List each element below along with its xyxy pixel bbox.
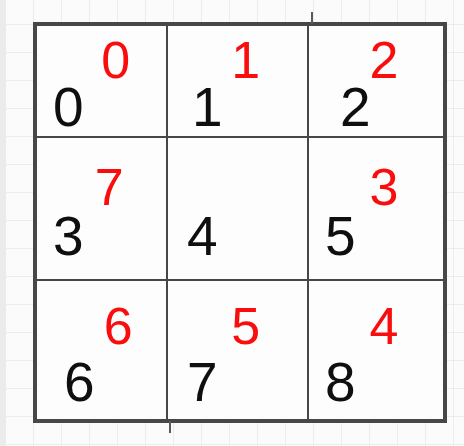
cell-3-index-label: 3 bbox=[53, 209, 84, 264]
puzzle-board: 0 0 1 1 2 2 7 3 4 3 5 6 6 5 7 4 8 bbox=[33, 22, 447, 423]
cell-7: 5 7 bbox=[168, 281, 309, 419]
cell-2-tile-value: 2 bbox=[370, 34, 399, 86]
cell-0: 0 0 bbox=[37, 26, 168, 138]
cell-6-index-label: 6 bbox=[64, 355, 95, 410]
cell-7-tile-value: 5 bbox=[231, 300, 260, 352]
grid-line-overshoot-top bbox=[311, 12, 313, 24]
cell-3-tile-value: 7 bbox=[95, 161, 124, 213]
cell-8-index-label: 8 bbox=[325, 355, 356, 410]
cell-5-index-label: 5 bbox=[325, 209, 356, 264]
cell-1: 1 1 bbox=[168, 26, 309, 138]
cell-0-tile-value: 0 bbox=[101, 34, 130, 86]
cell-8-tile-value: 4 bbox=[370, 300, 399, 352]
cell-1-tile-value: 1 bbox=[231, 34, 260, 86]
cell-8: 4 8 bbox=[309, 281, 443, 419]
cell-6-tile-value: 6 bbox=[104, 300, 133, 352]
graph-paper-edge bbox=[0, 0, 6, 446]
cell-3: 7 3 bbox=[37, 138, 168, 281]
cell-6: 6 6 bbox=[37, 281, 168, 419]
cell-0-index-label: 0 bbox=[53, 80, 84, 135]
cell-5: 3 5 bbox=[309, 138, 443, 281]
cell-7-index-label: 7 bbox=[187, 355, 218, 410]
cell-5-tile-value: 3 bbox=[370, 161, 399, 213]
cell-2: 2 2 bbox=[309, 26, 443, 138]
grid-line-overshoot-bottom bbox=[169, 421, 171, 433]
cell-1-index-label: 1 bbox=[192, 80, 223, 135]
cell-2-index-label: 2 bbox=[340, 80, 371, 135]
cell-4-index-label: 4 bbox=[187, 209, 218, 264]
cell-4-blank: 4 bbox=[168, 138, 309, 281]
